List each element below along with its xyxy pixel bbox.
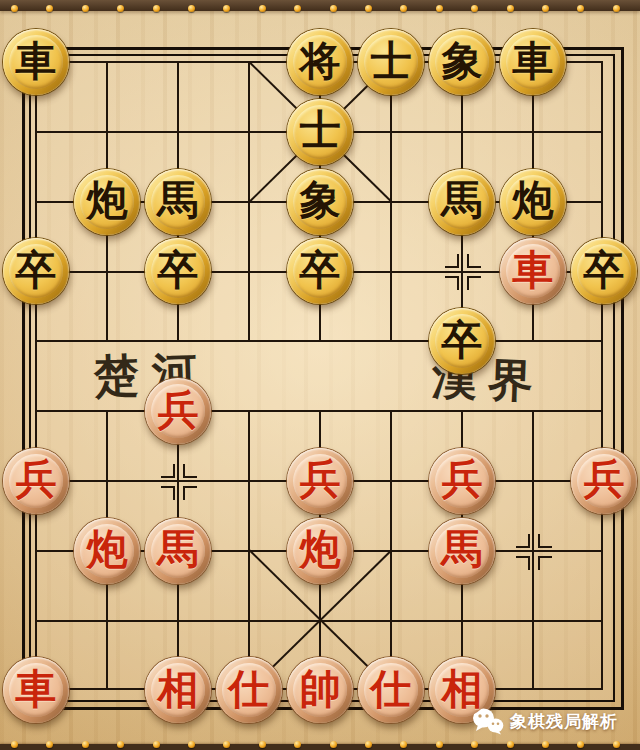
point-marker <box>161 464 175 478</box>
piece-black-象[interactable]: 象 <box>429 29 495 95</box>
grid-cell <box>177 61 248 131</box>
stud-decoration <box>223 741 230 748</box>
piece-red-兵[interactable]: 兵 <box>145 378 211 444</box>
stud-decoration <box>117 5 124 12</box>
point-marker <box>445 254 459 268</box>
piece-character: 炮 <box>300 529 341 570</box>
grid-cell <box>532 620 603 690</box>
grid-cell <box>319 340 390 410</box>
stud-decoration <box>542 5 549 12</box>
stud-decoration <box>46 5 53 12</box>
piece-character: 卒 <box>584 250 625 291</box>
stud-decoration <box>471 5 478 12</box>
piece-character: 仕 <box>229 669 270 710</box>
piece-red-相[interactable]: 相 <box>145 657 211 723</box>
piece-character: 馬 <box>442 529 483 570</box>
top-decorative-bar <box>0 0 640 11</box>
piece-red-兵[interactable]: 兵 <box>3 448 69 514</box>
piece-red-兵[interactable]: 兵 <box>571 448 637 514</box>
stud-decoration <box>330 5 337 12</box>
point-marker <box>538 534 552 548</box>
point-marker <box>516 534 530 548</box>
piece-black-馬[interactable]: 馬 <box>145 169 211 235</box>
stud-decoration <box>507 5 514 12</box>
point-marker <box>516 556 530 570</box>
piece-character: 将 <box>300 41 341 82</box>
piece-character: 仕 <box>371 669 412 710</box>
stud-decoration <box>153 5 160 12</box>
piece-red-兵[interactable]: 兵 <box>429 448 495 514</box>
piece-character: 車 <box>16 41 57 82</box>
stud-decoration <box>153 741 160 748</box>
piece-red-炮[interactable]: 炮 <box>287 518 353 584</box>
piece-character: 相 <box>158 669 199 710</box>
piece-red-帥[interactable]: 帥 <box>287 657 353 723</box>
piece-black-炮[interactable]: 炮 <box>74 169 140 235</box>
xiangqi-app: 楚河 漢界 車将士象車士炮馬象馬炮卒卒卒卒卒車兵兵兵兵兵炮馬炮馬車相仕帥仕相 象… <box>0 0 640 750</box>
stud-decoration <box>294 5 301 12</box>
piece-black-士[interactable]: 士 <box>358 29 424 95</box>
piece-black-卒[interactable]: 卒 <box>145 238 211 304</box>
piece-black-卒[interactable]: 卒 <box>287 238 353 304</box>
stud-decoration <box>577 741 584 748</box>
piece-character: 車 <box>513 41 554 82</box>
piece-character: 車 <box>16 669 57 710</box>
stud-decoration <box>11 741 18 748</box>
piece-character: 象 <box>300 180 341 221</box>
piece-character: 炮 <box>513 180 554 221</box>
stud-decoration <box>365 5 372 12</box>
stud-decoration <box>471 741 478 748</box>
point-marker <box>161 486 175 500</box>
piece-black-卒[interactable]: 卒 <box>571 238 637 304</box>
stud-decoration <box>117 741 124 748</box>
piece-character: 士 <box>371 41 412 82</box>
piece-red-車[interactable]: 車 <box>500 238 566 304</box>
stud-decoration <box>400 5 407 12</box>
piece-character: 炮 <box>87 529 128 570</box>
piece-character: 馬 <box>158 529 199 570</box>
piece-character: 象 <box>442 41 483 82</box>
piece-character: 馬 <box>442 180 483 221</box>
point-marker <box>445 276 459 290</box>
stud-decoration <box>46 741 53 748</box>
piece-character: 炮 <box>87 180 128 221</box>
stud-decoration <box>11 5 18 12</box>
piece-character: 相 <box>442 669 483 710</box>
stud-decoration <box>82 5 89 12</box>
stud-decoration <box>507 741 514 748</box>
stud-decoration <box>542 741 549 748</box>
stud-decoration <box>259 5 266 12</box>
piece-red-馬[interactable]: 馬 <box>145 518 211 584</box>
piece-character: 車 <box>513 250 554 291</box>
piece-red-仕[interactable]: 仕 <box>358 657 424 723</box>
point-marker <box>467 254 481 268</box>
piece-black-象[interactable]: 象 <box>287 169 353 235</box>
stud-decoration <box>436 5 443 12</box>
piece-red-炮[interactable]: 炮 <box>74 518 140 584</box>
watermark-text: 象棋残局解析 <box>510 710 618 733</box>
stud-decoration <box>188 741 195 748</box>
stud-decoration <box>223 5 230 12</box>
stud-decoration <box>436 741 443 748</box>
piece-red-兵[interactable]: 兵 <box>287 448 353 514</box>
piece-character: 兵 <box>442 459 483 500</box>
piece-red-車[interactable]: 車 <box>3 657 69 723</box>
piece-black-馬[interactable]: 馬 <box>429 169 495 235</box>
point-marker <box>538 556 552 570</box>
stud-decoration <box>188 5 195 12</box>
piece-character: 兵 <box>584 459 625 500</box>
piece-black-卒[interactable]: 卒 <box>3 238 69 304</box>
piece-black-炮[interactable]: 炮 <box>500 169 566 235</box>
grid-cell <box>106 61 177 131</box>
piece-character: 帥 <box>300 669 341 710</box>
stud-decoration <box>82 741 89 748</box>
piece-character: 卒 <box>442 320 483 361</box>
stud-decoration <box>294 741 301 748</box>
piece-red-馬[interactable]: 馬 <box>429 518 495 584</box>
piece-character: 士 <box>300 110 341 151</box>
stud-decoration <box>259 741 266 748</box>
piece-character: 卒 <box>16 250 57 291</box>
stud-decoration <box>577 5 584 12</box>
stud-decoration <box>613 5 620 12</box>
grid-cell <box>248 340 319 410</box>
watermark: 象棋残局解析 <box>472 707 618 735</box>
point-marker <box>467 276 481 290</box>
piece-character: 兵 <box>300 459 341 500</box>
piece-character: 兵 <box>16 459 57 500</box>
piece-black-卒[interactable]: 卒 <box>429 308 495 374</box>
point-marker <box>183 486 197 500</box>
stud-decoration <box>400 741 407 748</box>
piece-character: 卒 <box>300 250 341 291</box>
piece-character: 兵 <box>158 390 199 431</box>
piece-character: 卒 <box>158 250 199 291</box>
piece-black-将[interactable]: 将 <box>287 29 353 95</box>
stud-decoration <box>330 741 337 748</box>
bottom-decorative-bar <box>0 744 640 750</box>
piece-black-車[interactable]: 車 <box>3 29 69 95</box>
piece-black-車[interactable]: 車 <box>500 29 566 95</box>
piece-black-士[interactable]: 士 <box>287 99 353 165</box>
stud-decoration <box>613 741 620 748</box>
stud-decoration <box>365 741 372 748</box>
piece-red-仕[interactable]: 仕 <box>216 657 282 723</box>
piece-character: 馬 <box>158 180 199 221</box>
point-marker <box>183 464 197 478</box>
